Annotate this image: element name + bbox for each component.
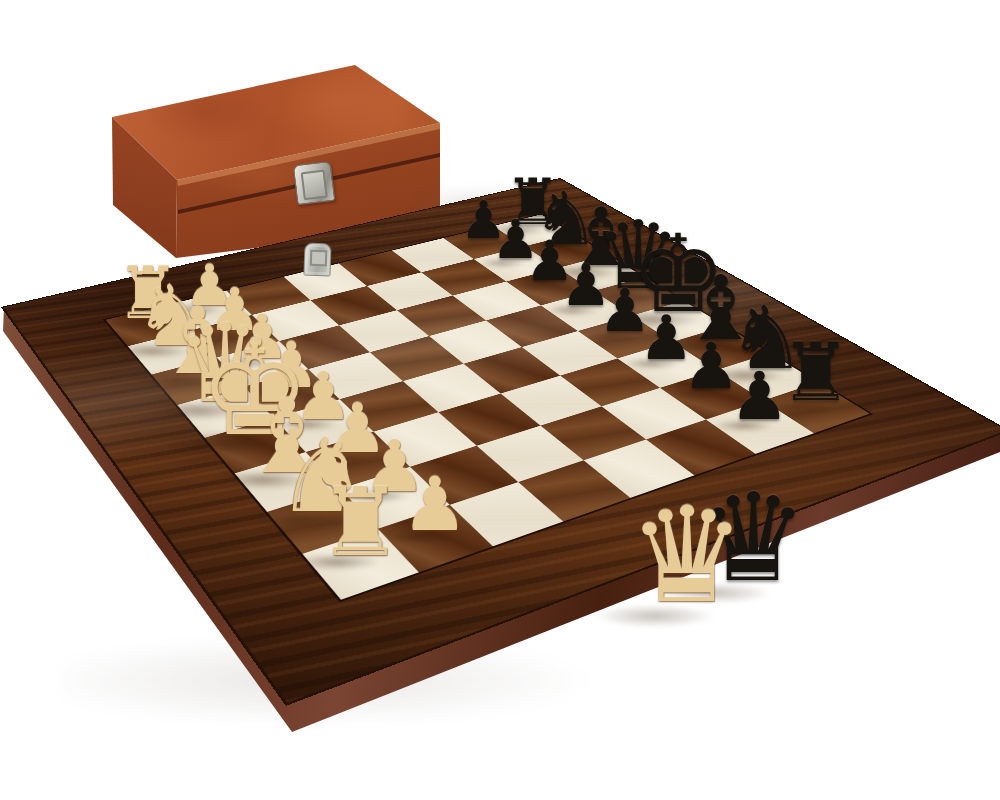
box-clasp-icon <box>293 161 336 205</box>
piece-white-pawn[interactable]: ♟ <box>401 468 468 542</box>
piece-black-pawn[interactable]: ♟ <box>730 365 789 431</box>
board-latch-icon <box>303 243 331 277</box>
product-photo-chess-set: { "game": "chess", "scene": "product pho… <box>0 0 1000 800</box>
spare-white-queen[interactable]: ♛ <box>628 489 746 621</box>
piece-black-rook[interactable]: ♜ <box>780 332 852 412</box>
piece-white-rook[interactable]: ♜ <box>318 475 403 570</box>
